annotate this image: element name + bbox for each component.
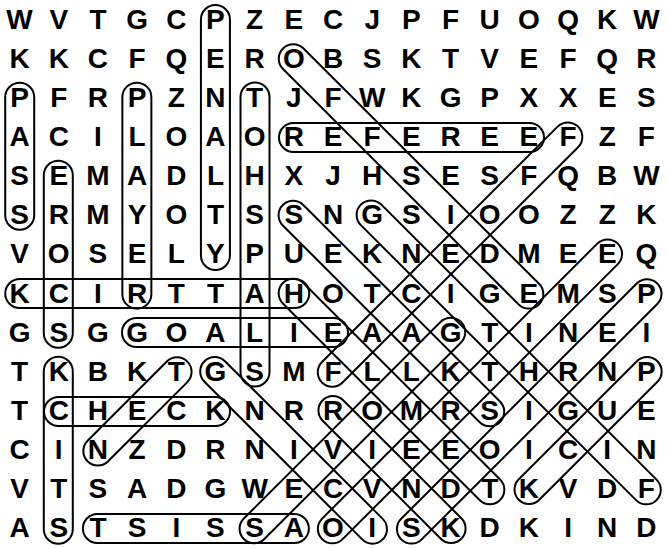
cell-r8c4: R xyxy=(118,274,157,313)
cell-r10c7: S xyxy=(235,352,274,391)
cell-r8c6: T xyxy=(196,274,235,313)
cell-r3c8: J xyxy=(274,78,313,117)
cell-r8c13: G xyxy=(470,274,509,313)
cell-r1c1: W xyxy=(0,0,39,39)
cell-r2c14: E xyxy=(509,39,548,78)
cell-r6c9: N xyxy=(313,196,352,235)
cell-r13c9: C xyxy=(313,470,352,509)
cell-r8c10: T xyxy=(353,274,392,313)
cell-r5c4: A xyxy=(118,157,157,196)
cell-r1c4: G xyxy=(118,0,157,39)
cell-r3c2: F xyxy=(39,78,78,117)
cell-r5c15: Q xyxy=(548,157,587,196)
cell-r5c17: W xyxy=(627,157,666,196)
cell-r8c9: O xyxy=(313,274,352,313)
cell-r4c5: O xyxy=(157,117,196,156)
cell-r10c17: P xyxy=(627,352,666,391)
cell-r7c8: U xyxy=(274,235,313,274)
cell-r7c14: M xyxy=(509,235,548,274)
cell-r1c3: T xyxy=(78,0,117,39)
cell-r5c12: E xyxy=(431,157,470,196)
cell-r13c2: T xyxy=(39,470,78,509)
cell-r7c2: O xyxy=(39,235,78,274)
cell-r11c13: S xyxy=(470,391,509,430)
cell-r4c8: R xyxy=(274,117,313,156)
cell-r2c16: Q xyxy=(588,39,627,78)
cell-r13c1: V xyxy=(0,470,39,509)
cell-r13c7: W xyxy=(235,470,274,509)
cell-r7c7: P xyxy=(235,235,274,274)
cell-r7c9: E xyxy=(313,235,352,274)
cell-r1c16: K xyxy=(588,0,627,39)
cell-r3c4: P xyxy=(118,78,157,117)
cell-r12c3: N xyxy=(78,431,117,470)
cell-r10c12: K xyxy=(431,352,470,391)
cell-r14c3: T xyxy=(78,509,117,548)
cell-r4c13: E xyxy=(470,117,509,156)
cell-r1c2: V xyxy=(39,0,78,39)
cell-r4c6: A xyxy=(196,117,235,156)
cell-r3c3: R xyxy=(78,78,117,117)
cell-r9c3: G xyxy=(78,313,117,352)
cell-r7c17: Q xyxy=(627,235,666,274)
cell-r3c16: E xyxy=(588,78,627,117)
cell-r5c2: E xyxy=(39,157,78,196)
cell-r5c5: D xyxy=(157,157,196,196)
cell-r10c3: B xyxy=(78,352,117,391)
cell-r5c11: S xyxy=(392,157,431,196)
cell-r14c11: S xyxy=(392,509,431,548)
cell-r11c11: M xyxy=(392,391,431,430)
cell-r7c3: S xyxy=(78,235,117,274)
cell-r3c17: S xyxy=(627,78,666,117)
cell-r3c5: Z xyxy=(157,78,196,117)
cell-r14c5: I xyxy=(157,509,196,548)
cell-r8c7: A xyxy=(235,274,274,313)
cell-r4c1: A xyxy=(0,117,39,156)
cell-r8c14: E xyxy=(509,274,548,313)
cell-r1c5: C xyxy=(157,0,196,39)
cell-r11c6: K xyxy=(196,391,235,430)
cell-r3c10: W xyxy=(353,78,392,117)
cell-r11c16: U xyxy=(588,391,627,430)
cell-r14c7: S xyxy=(235,509,274,548)
cell-r6c7: S xyxy=(235,196,274,235)
cell-r9c9: E xyxy=(313,313,352,352)
cell-r2c5: Q xyxy=(157,39,196,78)
cell-r2c8: O xyxy=(274,39,313,78)
cell-r6c8: S xyxy=(274,196,313,235)
cell-r10c9: F xyxy=(313,352,352,391)
cell-r3c13: P xyxy=(470,78,509,117)
cell-r9c2: S xyxy=(39,313,78,352)
cell-r13c13: T xyxy=(470,470,509,509)
cell-r14c8: A xyxy=(274,509,313,548)
cell-r1c10: J xyxy=(353,0,392,39)
cell-r12c1: C xyxy=(0,431,39,470)
cell-r4c12: R xyxy=(431,117,470,156)
cell-r4c15: F xyxy=(548,117,587,156)
word-search-board: WVTGCPZECJPFUOQKWKKCFQEROBSKTVEFQRPFRPZN… xyxy=(0,0,666,548)
cell-r9c15: N xyxy=(548,313,587,352)
cell-r11c15: G xyxy=(548,391,587,430)
cell-r14c4: S xyxy=(118,509,157,548)
cell-r5c6: L xyxy=(196,157,235,196)
cell-r1c13: U xyxy=(470,0,509,39)
cell-r3c12: G xyxy=(431,78,470,117)
cell-r7c5: L xyxy=(157,235,196,274)
cell-r6c13: O xyxy=(470,196,509,235)
cell-r4c10: F xyxy=(353,117,392,156)
cell-r4c4: L xyxy=(118,117,157,156)
cell-r8c11: C xyxy=(392,274,431,313)
cell-r9c17: I xyxy=(627,313,666,352)
cell-r11c1: T xyxy=(0,391,39,430)
cell-r14c16: N xyxy=(588,509,627,548)
cell-r13c3: S xyxy=(78,470,117,509)
cell-r6c2: R xyxy=(39,196,78,235)
cell-r6c4: Y xyxy=(118,196,157,235)
cell-r12c16: I xyxy=(588,431,627,470)
cell-r10c4: K xyxy=(118,352,157,391)
cell-r10c15: R xyxy=(548,352,587,391)
cell-r9c8: I xyxy=(274,313,313,352)
cell-r8c15: M xyxy=(548,274,587,313)
cell-r11c14: I xyxy=(509,391,548,430)
cell-r2c13: V xyxy=(470,39,509,78)
cell-r6c14: O xyxy=(509,196,548,235)
cell-r5c3: M xyxy=(78,157,117,196)
cell-r9c10: A xyxy=(353,313,392,352)
cell-r11c10: O xyxy=(353,391,392,430)
cell-r2c15: F xyxy=(548,39,587,78)
cell-r12c12: E xyxy=(431,431,470,470)
cell-r1c11: P xyxy=(392,0,431,39)
cell-r9c4: G xyxy=(118,313,157,352)
cell-r2c1: K xyxy=(0,39,39,78)
cell-r13c12: D xyxy=(431,470,470,509)
cell-r7c15: E xyxy=(548,235,587,274)
cell-r10c13: T xyxy=(470,352,509,391)
cell-r3c14: X xyxy=(509,78,548,117)
cell-r11c12: R xyxy=(431,391,470,430)
cell-r12c7: N xyxy=(235,431,274,470)
cell-r13c11: N xyxy=(392,470,431,509)
cell-r3c1: P xyxy=(0,78,39,117)
cell-r12c5: D xyxy=(157,431,196,470)
cell-r9c16: E xyxy=(588,313,627,352)
cell-r8c5: T xyxy=(157,274,196,313)
cell-r11c5: C xyxy=(157,391,196,430)
cell-r10c1: T xyxy=(0,352,39,391)
cell-r3c7: T xyxy=(235,78,274,117)
cell-r3c6: N xyxy=(196,78,235,117)
cell-r6c16: Z xyxy=(588,196,627,235)
cell-r3c15: X xyxy=(548,78,587,117)
cell-r2c7: R xyxy=(235,39,274,78)
cell-r8c17: P xyxy=(627,274,666,313)
cell-r4c16: Z xyxy=(588,117,627,156)
cell-r13c4: A xyxy=(118,470,157,509)
cell-r5c7: H xyxy=(235,157,274,196)
cell-r5c9: J xyxy=(313,157,352,196)
cell-r5c13: S xyxy=(470,157,509,196)
cell-r7c10: K xyxy=(353,235,392,274)
cell-r11c17: E xyxy=(627,391,666,430)
cell-r12c17: N xyxy=(627,431,666,470)
cell-r11c9: R xyxy=(313,391,352,430)
cell-r7c6: Y xyxy=(196,235,235,274)
cell-r9c1: G xyxy=(0,313,39,352)
cell-r11c3: H xyxy=(78,391,117,430)
cell-r5c10: H xyxy=(353,157,392,196)
cell-r2c3: C xyxy=(78,39,117,78)
cell-r2c9: B xyxy=(313,39,352,78)
cell-r7c11: N xyxy=(392,235,431,274)
cell-r12c4: Z xyxy=(118,431,157,470)
cell-r2c4: F xyxy=(118,39,157,78)
cell-r13c17: F xyxy=(627,470,666,509)
cell-r10c5: T xyxy=(157,352,196,391)
cell-r5c1: S xyxy=(0,157,39,196)
cell-r8c12: I xyxy=(431,274,470,313)
cell-r13c16: D xyxy=(588,470,627,509)
cell-r7c13: D xyxy=(470,235,509,274)
cell-r6c11: S xyxy=(392,196,431,235)
cell-r14c17: D xyxy=(627,509,666,548)
cell-r6c10: G xyxy=(353,196,392,235)
cell-r7c16: E xyxy=(588,235,627,274)
cell-r7c4: E xyxy=(118,235,157,274)
cell-r10c11: L xyxy=(392,352,431,391)
cell-r1c15: Q xyxy=(548,0,587,39)
cell-r11c8: R xyxy=(274,391,313,430)
cell-r14c14: K xyxy=(509,509,548,548)
cell-r9c14: I xyxy=(509,313,548,352)
cell-r10c14: H xyxy=(509,352,548,391)
cell-r12c6: R xyxy=(196,431,235,470)
cell-r9c13: T xyxy=(470,313,509,352)
cell-r4c17: F xyxy=(627,117,666,156)
cell-r9c5: O xyxy=(157,313,196,352)
cell-r9c6: A xyxy=(196,313,235,352)
cell-r14c10: I xyxy=(353,509,392,548)
cell-r1c7: Z xyxy=(235,0,274,39)
cell-r4c3: I xyxy=(78,117,117,156)
cell-r4c11: E xyxy=(392,117,431,156)
cell-r14c2: S xyxy=(39,509,78,548)
cell-r12c11: E xyxy=(392,431,431,470)
cell-r2c2: K xyxy=(39,39,78,78)
cell-r12c13: O xyxy=(470,431,509,470)
cell-r14c9: O xyxy=(313,509,352,548)
cell-r4c2: C xyxy=(39,117,78,156)
cell-r10c6: G xyxy=(196,352,235,391)
cell-r2c12: T xyxy=(431,39,470,78)
cell-r2c10: S xyxy=(353,39,392,78)
cell-r4c7: O xyxy=(235,117,274,156)
cell-r6c3: M xyxy=(78,196,117,235)
cell-r3c11: K xyxy=(392,78,431,117)
cell-r3c9: F xyxy=(313,78,352,117)
cell-r6c12: I xyxy=(431,196,470,235)
cell-r10c2: K xyxy=(39,352,78,391)
cell-r5c16: B xyxy=(588,157,627,196)
cell-r12c2: I xyxy=(39,431,78,470)
cell-r8c1: K xyxy=(0,274,39,313)
cell-r6c15: Z xyxy=(548,196,587,235)
cell-r11c2: C xyxy=(39,391,78,430)
cell-r12c10: I xyxy=(353,431,392,470)
cell-r10c8: M xyxy=(274,352,313,391)
cell-r2c6: E xyxy=(196,39,235,78)
cell-r8c3: I xyxy=(78,274,117,313)
cell-r7c12: E xyxy=(431,235,470,274)
cell-r9c7: L xyxy=(235,313,274,352)
cell-r13c6: G xyxy=(196,470,235,509)
cell-r9c11: A xyxy=(392,313,431,352)
cell-r14c1: A xyxy=(0,509,39,548)
cell-r1c17: W xyxy=(627,0,666,39)
cell-r10c10: L xyxy=(353,352,392,391)
cell-r8c16: S xyxy=(588,274,627,313)
cell-r14c6: S xyxy=(196,509,235,548)
cell-r14c15: I xyxy=(548,509,587,548)
cell-r13c15: V xyxy=(548,470,587,509)
cell-r13c8: E xyxy=(274,470,313,509)
cell-r8c8: H xyxy=(274,274,313,313)
cell-r2c17: R xyxy=(627,39,666,78)
cell-r10c16: N xyxy=(588,352,627,391)
cell-r2c11: K xyxy=(392,39,431,78)
cell-r6c5: O xyxy=(157,196,196,235)
cell-r1c9: C xyxy=(313,0,352,39)
cell-r6c1: S xyxy=(0,196,39,235)
letter-grid: WVTGCPZECJPFUOQKWKKCFQEROBSKTVEFQRPFRPZN… xyxy=(0,0,666,548)
cell-r1c12: F xyxy=(431,0,470,39)
cell-r5c8: X xyxy=(274,157,313,196)
cell-r9c12: G xyxy=(431,313,470,352)
cell-r1c8: E xyxy=(274,0,313,39)
cell-r14c12: K xyxy=(431,509,470,548)
cell-r11c4: E xyxy=(118,391,157,430)
cell-r13c5: D xyxy=(157,470,196,509)
cell-r6c17: K xyxy=(627,196,666,235)
cell-r13c10: V xyxy=(353,470,392,509)
cell-r11c7: N xyxy=(235,391,274,430)
cell-r1c6: P xyxy=(196,0,235,39)
cell-r5c14: F xyxy=(509,157,548,196)
cell-r1c14: O xyxy=(509,0,548,39)
cell-r14c13: D xyxy=(470,509,509,548)
cell-r4c14: E xyxy=(509,117,548,156)
cell-r13c14: K xyxy=(509,470,548,509)
cell-r12c14: I xyxy=(509,431,548,470)
cell-r12c9: V xyxy=(313,431,352,470)
cell-r7c1: V xyxy=(0,235,39,274)
cell-r12c8: I xyxy=(274,431,313,470)
cell-r4c9: E xyxy=(313,117,352,156)
cell-r12c15: C xyxy=(548,431,587,470)
cell-r6c6: T xyxy=(196,196,235,235)
cell-r8c2: C xyxy=(39,274,78,313)
